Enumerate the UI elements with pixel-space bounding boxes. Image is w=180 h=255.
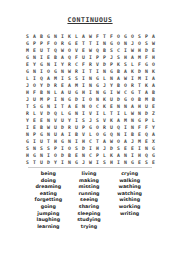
grid-cell: Q	[52, 47, 59, 54]
grid-cell: M	[136, 75, 143, 82]
grid-cell: K	[108, 117, 115, 124]
grid-cell: K	[66, 33, 73, 40]
divider-line	[28, 167, 152, 168]
word-item: missing	[79, 184, 100, 191]
grid-cell: L	[73, 33, 80, 40]
grid-cell: N	[122, 103, 129, 110]
grid-cell: U	[52, 124, 59, 131]
grid-cell: G	[31, 152, 38, 159]
grid-cell: A	[122, 138, 129, 145]
grid-cell: P	[94, 152, 101, 159]
grid-cell: I	[73, 138, 80, 145]
grid-cell: V	[101, 117, 108, 124]
word-item: doing	[41, 178, 56, 185]
grid-cell: Y	[38, 82, 45, 89]
grid-cell: O	[94, 124, 101, 131]
grid-cell: P	[31, 40, 38, 47]
grid-cell: S	[101, 159, 108, 166]
grid-cell: O	[115, 40, 122, 47]
grid-cell: S	[24, 33, 31, 40]
grid-cell: K	[115, 61, 122, 68]
grid-cell: C	[73, 61, 80, 68]
grid-cell: A	[129, 103, 136, 110]
grid-cell: S	[24, 159, 31, 166]
grid-cell: D	[45, 110, 52, 117]
grid-cell: C	[87, 138, 94, 145]
grid-cell: I	[122, 131, 129, 138]
grid-cell: Z	[150, 110, 157, 117]
grid-cell: G	[87, 124, 94, 131]
grid-cell: C	[87, 152, 94, 159]
grid-cell: U	[143, 103, 150, 110]
grid-cell: H	[108, 159, 115, 166]
grid-cell: G	[129, 89, 136, 96]
grid-cell: F	[94, 33, 101, 40]
word-item: studying	[77, 217, 101, 224]
word-list-column-3: cryingwalkingwashingwatchingwishingworki…	[109, 171, 150, 230]
grid-cell: J	[129, 138, 136, 145]
grid-cell: G	[129, 159, 136, 166]
grid-cell: S	[108, 47, 115, 54]
grid-cell: A	[80, 33, 87, 40]
grid-cell: I	[66, 131, 73, 138]
grid-cell: N	[115, 103, 122, 110]
grid-cell: I	[122, 124, 129, 131]
grid-cell: O	[87, 103, 94, 110]
grid-cell: A	[150, 82, 157, 89]
grid-cell: J	[24, 82, 31, 89]
grid-cell: N	[143, 145, 150, 152]
grid-cell: O	[66, 145, 73, 152]
grid-cell: U	[66, 89, 73, 96]
grid-cell: S	[38, 145, 45, 152]
grid-cell: C	[115, 47, 122, 54]
grid-cell: K	[101, 103, 108, 110]
grid-cell: S	[73, 75, 80, 82]
grid-cell: U	[80, 54, 87, 61]
grid-cell: A	[31, 33, 38, 40]
grid-cell: I	[45, 152, 52, 159]
grid-cell: L	[59, 110, 66, 117]
grid-cell: G	[143, 61, 150, 68]
grid-cell: I	[115, 110, 122, 117]
grid-cell: Q	[143, 131, 150, 138]
grid-cell: H	[94, 145, 101, 152]
grid-cell: A	[101, 138, 108, 145]
grid-cell: N	[59, 68, 66, 75]
grid-cell: P	[94, 54, 101, 61]
grid-cell: O	[45, 68, 52, 75]
grid-cell: B	[136, 96, 143, 103]
grid-cell: O	[52, 40, 59, 47]
word-search-grid: SABGNIKLAWFTFOGOSPAGPPFORGETTINGONJOSWME…	[24, 33, 157, 166]
grid-cell: G	[38, 103, 45, 110]
grid-cell: E	[73, 40, 80, 47]
grid-cell: A	[59, 89, 66, 96]
grid-cell: E	[150, 47, 157, 54]
grid-cell: G	[108, 68, 115, 75]
grid-cell: I	[59, 75, 66, 82]
grid-cell: P	[52, 145, 59, 152]
grid-cell: A	[143, 89, 150, 96]
grid-cell: I	[94, 68, 101, 75]
grid-cell: M	[52, 75, 59, 82]
grid-cell: H	[80, 89, 87, 96]
grid-cell: G	[136, 117, 143, 124]
word-item: wishing	[119, 197, 140, 204]
grid-cell: N	[122, 152, 129, 159]
grid-cell: G	[66, 40, 73, 47]
word-item: laughing	[37, 217, 61, 224]
grid-cell: N	[59, 96, 66, 103]
grid-cell: G	[24, 54, 31, 61]
grid-cell: M	[136, 54, 143, 61]
grid-cell: I	[129, 152, 136, 159]
grid-cell: J	[129, 40, 136, 47]
grid-cell: H	[52, 138, 59, 145]
grid-cell: V	[94, 61, 101, 68]
grid-cell: O	[115, 138, 122, 145]
grid-cell: I	[87, 54, 94, 61]
grid-cell: T	[80, 40, 87, 47]
grid-cell: M	[143, 96, 150, 103]
grid-cell: W	[87, 159, 94, 166]
grid-cell: N	[80, 103, 87, 110]
grid-cell: B	[66, 152, 73, 159]
grid-cell: N	[52, 33, 59, 40]
grid-cell: N	[115, 131, 122, 138]
grid-cell: I	[129, 75, 136, 82]
grid-cell: E	[24, 61, 31, 68]
grid-cell: S	[66, 75, 73, 82]
grid-cell: F	[80, 61, 87, 68]
grid-cell: L	[129, 61, 136, 68]
word-list-column-2: livingmakingmissingrunningseeingsharings…	[69, 171, 110, 230]
grid-cell: G	[73, 159, 80, 166]
grid-cell: W	[150, 40, 157, 47]
grid-cell: U	[38, 159, 45, 166]
grid-cell: S	[143, 159, 150, 166]
grid-cell: G	[45, 33, 52, 40]
grid-cell: I	[87, 145, 94, 152]
grid-cell: H	[136, 103, 143, 110]
grid-cell: I	[80, 68, 87, 75]
grid-cell: G	[94, 82, 101, 89]
grid-cell: B	[52, 54, 59, 61]
grid-cell: E	[73, 152, 80, 159]
grid-cell: N	[129, 124, 136, 131]
grid-cell: Y	[108, 82, 115, 89]
grid-cell: S	[136, 33, 143, 40]
grid-cell: F	[136, 61, 143, 68]
grid-cell: U	[59, 117, 66, 124]
grid-cell: A	[66, 103, 73, 110]
grid-cell: L	[52, 89, 59, 96]
grid-cell: I	[31, 75, 38, 82]
grid-cell: K	[108, 152, 115, 159]
grid-cell: W	[59, 47, 66, 54]
grid-cell: K	[101, 96, 108, 103]
grid-cell: L	[101, 110, 108, 117]
grid-cell: H	[136, 47, 143, 54]
grid-cell: T	[136, 89, 143, 96]
grid-cell: I	[80, 75, 87, 82]
grid-cell: W	[129, 110, 136, 117]
grid-cell: N	[45, 131, 52, 138]
word-list: beingdoingdreamingeatingforgettinggoingj…	[28, 171, 150, 230]
grid-cell: F	[143, 124, 150, 131]
grid-cell: N	[129, 117, 136, 124]
grid-cell: O	[115, 33, 122, 40]
grid-cell: A	[115, 117, 122, 124]
grid-cell: Q	[143, 152, 150, 159]
grid-cell: O	[150, 61, 157, 68]
grid-cell: G	[24, 138, 31, 145]
grid-cell: A	[59, 131, 66, 138]
grid-cell: H	[150, 54, 157, 61]
grid-cell: U	[31, 96, 38, 103]
grid-cell: H	[136, 152, 143, 159]
word-item: going	[41, 204, 56, 211]
grid-cell: I	[108, 89, 115, 96]
grid-cell: V	[80, 131, 87, 138]
grid-cell: G	[73, 89, 80, 96]
grid-cell: N	[24, 131, 31, 138]
grid-cell: O	[66, 47, 73, 54]
grid-cell: B	[115, 82, 122, 89]
word-item: being	[41, 171, 56, 178]
grid-cell: A	[150, 33, 157, 40]
grid-cell: C	[122, 89, 129, 96]
grid-cell: L	[101, 75, 108, 82]
grid-cell: Q	[52, 110, 59, 117]
grid-cell: D	[143, 47, 150, 54]
grid-cell: L	[24, 75, 31, 82]
grid-cell: T	[101, 33, 108, 40]
grid-cell: U	[38, 138, 45, 145]
grid-cell: E	[129, 145, 136, 152]
grid-cell: B	[38, 89, 45, 96]
grid-cell: A	[59, 54, 66, 61]
grid-cell: Y	[31, 61, 38, 68]
grid-cell: G	[66, 96, 73, 103]
grid-cell: B	[38, 124, 45, 131]
grid-cell: Q	[38, 75, 45, 82]
grid-cell: S	[115, 54, 122, 61]
word-item: seeing	[80, 197, 98, 204]
grid-cell: B	[150, 96, 157, 103]
grid-cell: N	[66, 138, 73, 145]
grid-cell: D	[59, 152, 66, 159]
grid-cell: Q	[115, 124, 122, 131]
grid-cell: S	[45, 145, 52, 152]
grid-cell: Y	[150, 124, 157, 131]
grid-cell: N	[31, 145, 38, 152]
word-item: crying	[121, 171, 138, 178]
grid-cell: A	[129, 54, 136, 61]
grid-cell: T	[24, 103, 31, 110]
grid-cell: D	[101, 61, 108, 68]
grid-cell: N	[87, 75, 94, 82]
grid-cell: O	[122, 82, 129, 89]
grid-cell: S	[115, 145, 122, 152]
grid-cell: D	[45, 159, 52, 166]
grid-cell: R	[101, 124, 108, 131]
grid-cell: D	[136, 68, 143, 75]
word-item: running	[78, 191, 99, 198]
grid-cell: T	[45, 47, 52, 54]
word-item: sharing	[79, 204, 99, 211]
grid-cell: N	[38, 152, 45, 159]
grid-cell: N	[45, 117, 52, 124]
grid-cell: W	[87, 47, 94, 54]
grid-cell: E	[143, 138, 150, 145]
grid-cell: E	[122, 145, 129, 152]
grid-cell: F	[45, 40, 52, 47]
grid-cell: J	[108, 54, 115, 61]
grid-cell: B	[115, 68, 122, 75]
grid-cell: B	[129, 131, 136, 138]
grid-cell: M	[73, 82, 80, 89]
grid-cell: K	[150, 68, 157, 75]
grid-cell: U	[38, 47, 45, 54]
grid-cell: H	[122, 54, 129, 61]
grid-cell: W	[115, 89, 122, 96]
grid-cell: P	[45, 96, 52, 103]
grid-cell: I	[52, 103, 59, 110]
grid-cell: W	[122, 75, 129, 82]
grid-cell: U	[73, 124, 80, 131]
word-item: walking	[119, 178, 140, 185]
grid-cell: M	[38, 96, 45, 103]
grid-cell: G	[38, 61, 45, 68]
grid-cell: K	[143, 82, 150, 89]
grid-cell: P	[31, 131, 38, 138]
grid-cell: T	[59, 103, 66, 110]
grid-cell: I	[122, 47, 129, 54]
grid-cell: R	[52, 82, 59, 89]
grid-cell: M	[136, 138, 143, 145]
grid-cell: P	[101, 54, 108, 61]
word-item: forgetting	[35, 197, 63, 204]
grid-cell: L	[31, 110, 38, 117]
grid-cell: Q	[66, 54, 73, 61]
grid-cell: X	[150, 138, 157, 145]
grid-cell: F	[108, 33, 115, 40]
grid-cell: N	[94, 96, 101, 103]
grid-cell: I	[38, 54, 45, 61]
grid-cell: O	[31, 82, 38, 89]
grid-cell: F	[31, 89, 38, 96]
grid-cell: E	[59, 82, 66, 89]
grid-cell: A	[115, 152, 122, 159]
grid-cell: H	[24, 152, 31, 159]
grid-cell: I	[73, 117, 80, 124]
word-item: jumping	[37, 211, 59, 218]
grid-cell: D	[45, 82, 52, 89]
grid-cell: K	[129, 68, 136, 75]
grid-cell: N	[31, 54, 38, 61]
grid-cell: J	[101, 82, 108, 89]
grid-cell: V	[38, 110, 45, 117]
grid-cell: R	[87, 61, 94, 68]
word-item: learning	[37, 224, 59, 231]
grid-cell: N	[45, 61, 52, 68]
grid-cell: J	[87, 117, 94, 124]
grid-cell: I	[59, 33, 66, 40]
grid-cell: A	[122, 68, 129, 75]
grid-cell: F	[143, 54, 150, 61]
grid-cell: W	[66, 68, 73, 75]
word-list-column-1: beingdoingdreamingeatingforgettinggoingj…	[28, 171, 69, 230]
grid-cell: P	[80, 124, 87, 131]
grid-cell: N	[122, 159, 129, 166]
grid-cell: J	[101, 145, 108, 152]
grid-cell: O	[129, 96, 136, 103]
grid-cell: Q	[108, 131, 115, 138]
grid-cell: O	[129, 33, 136, 40]
grid-cell: E	[45, 54, 52, 61]
grid-cell: N	[94, 89, 101, 96]
grid-cell: I	[38, 68, 45, 75]
grid-cell: I	[115, 159, 122, 166]
grid-cell: F	[73, 54, 80, 61]
grid-cell: N	[136, 110, 143, 117]
grid-cell: I	[94, 159, 101, 166]
grid-cell: R	[59, 40, 66, 47]
word-item: living	[82, 171, 97, 178]
grid-cell: I	[94, 40, 101, 47]
grid-cell: U	[108, 124, 115, 131]
grid-cell: I	[31, 138, 38, 145]
grid-cell: I	[80, 96, 87, 103]
grid-cell: U	[108, 96, 115, 103]
grid-cell: I	[94, 110, 101, 117]
grid-cell: L	[150, 117, 157, 124]
grid-cell: O	[52, 152, 59, 159]
grid-cell: I	[80, 110, 87, 117]
grid-cell: G	[101, 131, 108, 138]
grid-cell: B	[101, 47, 108, 54]
grid-cell: G	[24, 40, 31, 47]
grid-cell: O	[94, 131, 101, 138]
grid-cell: Y	[66, 117, 73, 124]
grid-cell: E	[31, 117, 38, 124]
grid-cell: P	[108, 61, 115, 68]
grid-cell: Y	[24, 117, 31, 124]
grid-cell: D	[115, 96, 122, 103]
grid-cell: U	[52, 131, 59, 138]
grid-cell: D	[80, 145, 87, 152]
grid-cell: O	[87, 96, 94, 103]
word-item: sleeping	[78, 211, 101, 218]
grid-cell: R	[66, 124, 73, 131]
grid-cell: N	[66, 159, 73, 166]
grid-cell: F	[136, 124, 143, 131]
grid-cell: N	[73, 110, 80, 117]
grid-cell: N	[45, 89, 52, 96]
grid-cell: P	[143, 117, 150, 124]
grid-cell: S	[80, 117, 87, 124]
word-item: trying	[81, 224, 97, 231]
grid-cell: G	[108, 40, 115, 47]
grid-cell: N	[87, 82, 94, 89]
grid-cell: S	[73, 145, 80, 152]
grid-cell: E	[31, 47, 38, 54]
grid-cell: I	[136, 145, 143, 152]
grid-cell: A	[45, 75, 52, 82]
grid-cell: S	[143, 40, 150, 47]
